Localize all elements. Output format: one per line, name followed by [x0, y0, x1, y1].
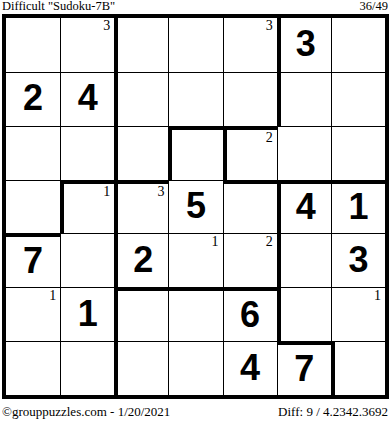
- pencil-mark: 2: [266, 234, 273, 249]
- cell-r6c7[interactable]: 1: [331, 287, 385, 341]
- cell-r5c4[interactable]: 1: [168, 233, 222, 287]
- cell-r3c2[interactable]: [60, 126, 114, 180]
- cell-r1c3[interactable]: [114, 18, 168, 72]
- copyright-text: ©grouppuzzles.com - 1/20/2021: [2, 404, 170, 420]
- cell-r3c7[interactable]: [331, 126, 385, 180]
- given-digit: 2: [23, 80, 43, 116]
- cell-r6c3[interactable]: [114, 287, 168, 341]
- given-digit: 4: [240, 350, 260, 386]
- cell-r7c4[interactable]: [168, 341, 222, 395]
- empty-cell-counter: 36/49: [360, 0, 388, 13]
- cell-r5c7[interactable]: 3: [331, 233, 385, 287]
- pencil-mark: 1: [212, 234, 219, 249]
- pencil-mark: 2: [266, 130, 273, 145]
- puzzle-title: Difficult "Sudoku-7B": [2, 0, 115, 13]
- cell-r7c1[interactable]: [6, 341, 60, 395]
- cell-r2c3[interactable]: [114, 72, 168, 126]
- pencil-mark: 1: [103, 184, 110, 199]
- cell-r6c1[interactable]: 1: [6, 287, 60, 341]
- given-digit: 3: [296, 26, 316, 62]
- cell-r2c4[interactable]: [168, 72, 222, 126]
- cell-r5c2[interactable]: [60, 233, 114, 287]
- cell-r5c5[interactable]: 2: [223, 233, 277, 287]
- cell-r2c2[interactable]: 4: [60, 72, 114, 126]
- given-digit: 4: [78, 80, 98, 116]
- cell-r1c7[interactable]: [331, 18, 385, 72]
- cell-r7c3[interactable]: [114, 341, 168, 395]
- cell-r1c2[interactable]: 3: [60, 18, 114, 72]
- cell-r7c6[interactable]: 7: [277, 341, 331, 395]
- sudoku-board: 3332421354172123116147: [2, 14, 389, 399]
- cell-r6c4[interactable]: [168, 287, 222, 341]
- cell-r7c5[interactable]: 4: [223, 341, 277, 395]
- cell-r4c5[interactable]: [223, 180, 277, 234]
- given-digit: 2: [133, 242, 153, 278]
- given-digit: 6: [240, 297, 260, 333]
- footer: ©grouppuzzles.com - 1/20/2021 Diff: 9 / …: [2, 404, 388, 420]
- given-digit: 1: [78, 296, 98, 332]
- pencil-mark: 3: [266, 18, 273, 33]
- given-digit: 5: [186, 188, 206, 224]
- cell-r4c1[interactable]: [6, 180, 60, 234]
- pencil-mark: 3: [157, 184, 164, 199]
- cell-r3c1[interactable]: [6, 126, 60, 180]
- cell-r1c6[interactable]: 3: [277, 18, 331, 72]
- pencil-mark: 1: [374, 288, 381, 303]
- cell-r4c4[interactable]: 5: [168, 180, 222, 234]
- cell-r7c7[interactable]: [331, 341, 385, 395]
- cell-r4c2[interactable]: 1: [60, 180, 114, 234]
- cell-r4c6[interactable]: 4: [277, 180, 331, 234]
- cell-r6c2[interactable]: 1: [60, 287, 114, 341]
- difficulty-text: Diff: 9 / 4.2342.3692: [278, 404, 388, 420]
- cell-r2c6[interactable]: [277, 72, 331, 126]
- cell-r7c2[interactable]: [60, 341, 114, 395]
- given-digit: 1: [348, 189, 368, 225]
- pencil-mark: 3: [103, 18, 110, 33]
- given-digit: 7: [23, 243, 43, 279]
- cell-r3c3[interactable]: [114, 126, 168, 180]
- cell-r2c1[interactable]: 2: [6, 72, 60, 126]
- cell-r1c1[interactable]: [6, 18, 60, 72]
- cell-r2c7[interactable]: [331, 72, 385, 126]
- cell-r6c5[interactable]: 6: [223, 287, 277, 341]
- cell-r5c3[interactable]: 2: [114, 233, 168, 287]
- cell-r6c6[interactable]: [277, 287, 331, 341]
- cell-r4c3[interactable]: 3: [114, 180, 168, 234]
- cell-r1c4[interactable]: [168, 18, 222, 72]
- cell-r3c6[interactable]: [277, 126, 331, 180]
- cell-r5c1[interactable]: 7: [6, 233, 60, 287]
- given-digit: 3: [348, 242, 368, 278]
- pencil-mark: 1: [49, 288, 56, 303]
- given-digit: 7: [294, 351, 314, 387]
- cell-r3c5[interactable]: 2: [223, 126, 277, 180]
- cell-r5c6[interactable]: [277, 233, 331, 287]
- cell-r1c5[interactable]: 3: [223, 18, 277, 72]
- cell-r4c7[interactable]: 1: [331, 180, 385, 234]
- given-digit: 4: [296, 189, 316, 225]
- cell-r2c5[interactable]: [223, 72, 277, 126]
- header: Difficult "Sudoku-7B" 36/49: [2, 0, 388, 13]
- cell-r3c4[interactable]: [168, 126, 222, 180]
